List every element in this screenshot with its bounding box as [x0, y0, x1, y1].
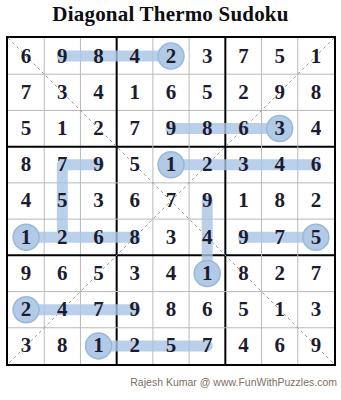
- cell-r3c2[interactable]: 1: [44, 110, 80, 146]
- cell-r8c8[interactable]: 1: [262, 292, 298, 328]
- cell-r4c7[interactable]: 3: [225, 147, 261, 183]
- cell-r2c3[interactable]: 4: [80, 74, 116, 110]
- cell-r7c9[interactable]: 7: [298, 255, 334, 291]
- cell-r8c5[interactable]: 8: [153, 292, 189, 328]
- cell-r6c3[interactable]: 6: [80, 219, 116, 255]
- cell-r5c7[interactable]: 1: [225, 183, 261, 219]
- cell-r9c2[interactable]: 8: [44, 328, 80, 364]
- cell-r1c8[interactable]: 5: [262, 38, 298, 74]
- cell-r1c3[interactable]: 8: [80, 38, 116, 74]
- cell-r7c2[interactable]: 6: [44, 255, 80, 291]
- digit-grid: 6984237517341652985127986348795123464536…: [8, 38, 334, 364]
- cell-r5c8[interactable]: 8: [262, 183, 298, 219]
- cell-r2c6[interactable]: 5: [189, 74, 225, 110]
- cell-r3c9[interactable]: 4: [298, 110, 334, 146]
- cell-r1c9[interactable]: 1: [298, 38, 334, 74]
- cell-r6c7[interactable]: 9: [225, 219, 261, 255]
- cell-r2c4[interactable]: 1: [117, 74, 153, 110]
- cell-r5c6[interactable]: 9: [189, 183, 225, 219]
- cell-r9c9[interactable]: 9: [298, 328, 334, 364]
- cell-r6c9[interactable]: 5: [298, 219, 334, 255]
- page-title: Diagonal Thermo Sudoku: [0, 2, 341, 27]
- cell-r8c7[interactable]: 5: [225, 292, 261, 328]
- cell-r1c5[interactable]: 2: [153, 38, 189, 74]
- cell-r3c7[interactable]: 6: [225, 110, 261, 146]
- cell-r4c5[interactable]: 1: [153, 147, 189, 183]
- cell-r1c2[interactable]: 9: [44, 38, 80, 74]
- cell-r4c9[interactable]: 6: [298, 147, 334, 183]
- cell-r9c8[interactable]: 6: [262, 328, 298, 364]
- cell-r1c6[interactable]: 3: [189, 38, 225, 74]
- cell-r3c4[interactable]: 7: [117, 110, 153, 146]
- cell-r7c8[interactable]: 2: [262, 255, 298, 291]
- cell-r4c4[interactable]: 5: [117, 147, 153, 183]
- cell-r9c3[interactable]: 1: [80, 328, 116, 364]
- cell-r1c4[interactable]: 4: [117, 38, 153, 74]
- cell-r8c1[interactable]: 2: [8, 292, 44, 328]
- cell-r3c5[interactable]: 9: [153, 110, 189, 146]
- cell-r5c1[interactable]: 4: [8, 183, 44, 219]
- cell-r7c3[interactable]: 5: [80, 255, 116, 291]
- cell-r6c8[interactable]: 7: [262, 219, 298, 255]
- credit-text: Rajesh Kumar @ www.FunWithPuzzles.com: [130, 376, 337, 388]
- cell-r2c8[interactable]: 9: [262, 74, 298, 110]
- cell-r7c4[interactable]: 3: [117, 255, 153, 291]
- cell-r4c6[interactable]: 2: [189, 147, 225, 183]
- cell-r3c6[interactable]: 8: [189, 110, 225, 146]
- cell-r9c7[interactable]: 4: [225, 328, 261, 364]
- cell-r9c1[interactable]: 3: [8, 328, 44, 364]
- cell-r2c1[interactable]: 7: [8, 74, 44, 110]
- cell-r4c2[interactable]: 7: [44, 147, 80, 183]
- cell-r1c7[interactable]: 7: [225, 38, 261, 74]
- cell-r6c2[interactable]: 2: [44, 219, 80, 255]
- cell-r9c6[interactable]: 7: [189, 328, 225, 364]
- cell-r9c4[interactable]: 2: [117, 328, 153, 364]
- cell-r3c3[interactable]: 2: [80, 110, 116, 146]
- cell-r7c5[interactable]: 4: [153, 255, 189, 291]
- sudoku-board: 6984237517341652985127986348795123464536…: [6, 36, 336, 366]
- cell-r9c5[interactable]: 5: [153, 328, 189, 364]
- cell-r5c3[interactable]: 3: [80, 183, 116, 219]
- cell-r4c1[interactable]: 8: [8, 147, 44, 183]
- cell-r8c2[interactable]: 4: [44, 292, 80, 328]
- cell-r8c9[interactable]: 3: [298, 292, 334, 328]
- cell-r6c1[interactable]: 1: [8, 219, 44, 255]
- cell-r7c6[interactable]: 1: [189, 255, 225, 291]
- cell-r2c5[interactable]: 6: [153, 74, 189, 110]
- cell-r5c5[interactable]: 7: [153, 183, 189, 219]
- cell-r7c1[interactable]: 9: [8, 255, 44, 291]
- cell-r3c1[interactable]: 5: [8, 110, 44, 146]
- cell-r8c4[interactable]: 9: [117, 292, 153, 328]
- cell-r5c4[interactable]: 6: [117, 183, 153, 219]
- cell-r7c7[interactable]: 8: [225, 255, 261, 291]
- cell-r2c9[interactable]: 8: [298, 74, 334, 110]
- cell-r8c6[interactable]: 6: [189, 292, 225, 328]
- cell-r8c3[interactable]: 7: [80, 292, 116, 328]
- cell-r2c2[interactable]: 3: [44, 74, 80, 110]
- cell-r5c9[interactable]: 2: [298, 183, 334, 219]
- cell-r2c7[interactable]: 2: [225, 74, 261, 110]
- cell-r5c2[interactable]: 5: [44, 183, 80, 219]
- cell-r1c1[interactable]: 6: [8, 38, 44, 74]
- cell-r4c8[interactable]: 4: [262, 147, 298, 183]
- cell-r6c5[interactable]: 3: [153, 219, 189, 255]
- cell-r6c6[interactable]: 4: [189, 219, 225, 255]
- cell-r3c8[interactable]: 3: [262, 110, 298, 146]
- cell-r4c3[interactable]: 9: [80, 147, 116, 183]
- cell-r6c4[interactable]: 8: [117, 219, 153, 255]
